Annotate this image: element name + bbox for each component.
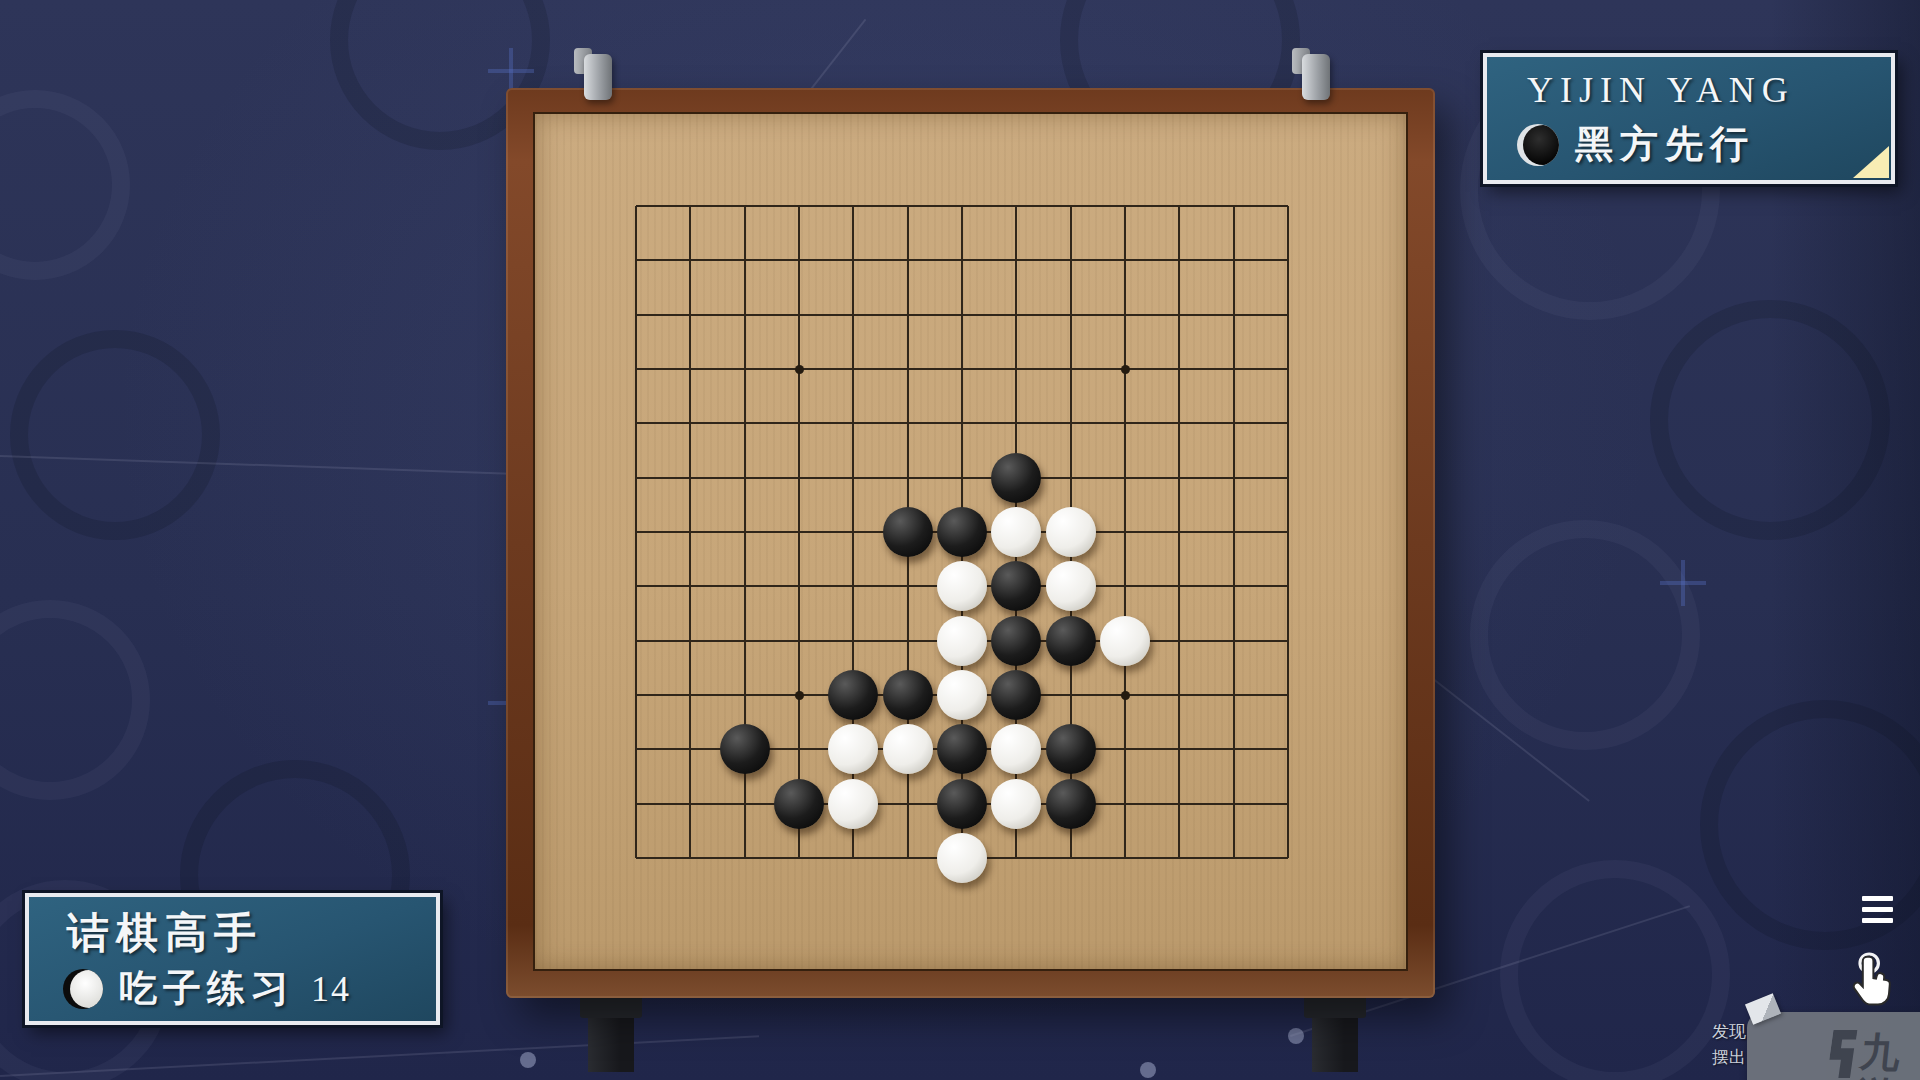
black-stone bbox=[937, 724, 987, 774]
white-stone bbox=[937, 670, 987, 720]
grid-line bbox=[1287, 206, 1289, 858]
player-info-panel: YIJIN YANG 黑方先行 bbox=[1483, 53, 1895, 184]
white-stone bbox=[883, 724, 933, 774]
white-stone bbox=[1046, 561, 1096, 611]
turn-label: 黑方先行 bbox=[1575, 119, 1755, 170]
star-point bbox=[1121, 691, 1130, 700]
white-stone bbox=[991, 507, 1041, 557]
black-stone bbox=[1046, 724, 1096, 774]
watermark-text: 九游 bbox=[1854, 1030, 1920, 1080]
black-stone bbox=[991, 561, 1041, 611]
white-stone bbox=[828, 724, 878, 774]
board-clamp-right bbox=[1296, 48, 1334, 100]
white-stone bbox=[937, 616, 987, 666]
star-point bbox=[795, 691, 804, 700]
jiuyou-logo-icon bbox=[1825, 1030, 1858, 1078]
grid-line bbox=[1233, 206, 1235, 858]
toast-text-line2: 摆出 bbox=[1712, 1046, 1746, 1069]
black-stone bbox=[1046, 616, 1096, 666]
hamburger-icon bbox=[1862, 896, 1893, 901]
white-stone bbox=[1100, 616, 1150, 666]
puzzle-info-panel: 诘棋高手 吃子练习 14 bbox=[25, 893, 440, 1025]
board-clamp-left bbox=[578, 48, 616, 100]
jiuyou-watermark: 九游 bbox=[1828, 1030, 1920, 1080]
star-point bbox=[795, 365, 804, 374]
black-stone bbox=[774, 779, 824, 829]
toast-text-line1: 发现 bbox=[1712, 1020, 1746, 1043]
black-stone bbox=[937, 507, 987, 557]
panel-corner-accent bbox=[1853, 146, 1889, 178]
go-board-grid[interactable] bbox=[636, 206, 1288, 858]
grid-line bbox=[1178, 206, 1180, 858]
black-stone bbox=[828, 670, 878, 720]
puzzle-title: 诘棋高手 bbox=[67, 905, 263, 961]
white-stone bbox=[991, 724, 1041, 774]
player-name: YIJIN YANG bbox=[1527, 69, 1795, 111]
black-stone bbox=[991, 616, 1041, 666]
black-stone bbox=[1046, 779, 1096, 829]
white-stone-icon bbox=[63, 969, 103, 1009]
black-stone bbox=[991, 670, 1041, 720]
star-point bbox=[1121, 365, 1130, 374]
grid-line bbox=[1124, 206, 1126, 858]
white-stone bbox=[991, 779, 1041, 829]
hand-cursor-icon bbox=[1848, 952, 1904, 1012]
white-stone bbox=[828, 779, 878, 829]
black-stone bbox=[991, 453, 1041, 503]
puzzle-number: 14 bbox=[311, 968, 351, 1010]
black-stone bbox=[720, 724, 770, 774]
black-stone bbox=[883, 670, 933, 720]
white-stone bbox=[937, 561, 987, 611]
menu-button[interactable] bbox=[1862, 896, 1894, 926]
white-stone bbox=[1046, 507, 1096, 557]
black-stone bbox=[883, 507, 933, 557]
black-stone bbox=[937, 779, 987, 829]
puzzle-category: 吃子练习 bbox=[119, 963, 295, 1014]
white-stone bbox=[937, 833, 987, 883]
black-stone-icon bbox=[1517, 124, 1559, 166]
